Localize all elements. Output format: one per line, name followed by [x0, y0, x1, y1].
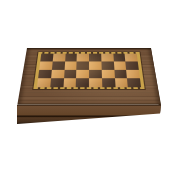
chess-box [0, 0, 176, 176]
board-square [114, 70, 127, 79]
product-photo [0, 0, 176, 176]
board-square [127, 78, 141, 87]
board-square [52, 54, 65, 62]
box-lid-top [17, 48, 160, 105]
board-square [89, 78, 102, 87]
board-square [114, 78, 128, 87]
inlay-border [33, 52, 144, 89]
board-square [113, 61, 126, 69]
board-square [101, 54, 113, 62]
chessboard [37, 54, 141, 88]
box-front-face [17, 105, 161, 124]
board-square [113, 54, 126, 62]
board-square [65, 54, 77, 62]
board-square [76, 78, 89, 87]
board-square [89, 70, 102, 79]
board-square [77, 61, 89, 69]
board-square [38, 70, 52, 79]
board-square [52, 61, 65, 69]
board-square [76, 70, 89, 79]
board-square [50, 78, 64, 87]
board-square [101, 61, 114, 69]
board-square [37, 78, 51, 87]
board-square [89, 54, 101, 62]
board-square [125, 54, 138, 62]
board-square [64, 61, 77, 69]
board-square [102, 78, 115, 87]
board-square [63, 78, 76, 87]
board-square [39, 61, 52, 69]
board-square [126, 70, 140, 79]
board-square [40, 54, 53, 62]
board-square [51, 70, 64, 79]
board-square [126, 61, 139, 69]
board-square [89, 61, 101, 69]
board-square [101, 70, 114, 79]
board-square [77, 54, 89, 62]
board-square [64, 70, 77, 79]
